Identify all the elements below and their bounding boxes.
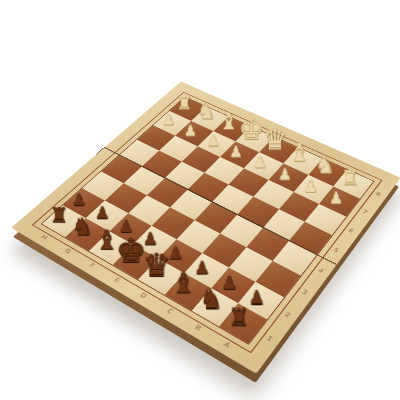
piece-white-rook: ♜ <box>341 169 359 188</box>
square-d5 <box>212 185 253 215</box>
rank-label: 8 <box>371 189 386 198</box>
product-photo-scene: ♜♞♝♚♛♝♞♜♟♟♟♟♟♟♟♟♟♟♟♟♟♟♟♟♜♞♝♚♛♝♞♜ HGFEDCB… <box>0 0 400 400</box>
rank-label: 7 <box>357 207 372 217</box>
piece-white-pawn: ♟ <box>162 113 175 127</box>
square-h2: ♟ <box>63 188 105 218</box>
piece-black-pawn: ♟ <box>168 244 183 260</box>
square-b4 <box>246 228 289 261</box>
piece-white-pawn: ♟ <box>253 155 267 170</box>
piece-white-pawn: ♟ <box>184 123 197 137</box>
piece-black-pawn: ♟ <box>194 259 210 276</box>
piece-white-queen: ♛ <box>263 128 287 154</box>
piece-white-pawn: ♟ <box>206 133 219 147</box>
rank-label: 4 <box>313 265 329 276</box>
piece-black-rook: ♜ <box>228 307 249 329</box>
piece-black-pawn: ♟ <box>95 204 110 220</box>
piece-stand: ♜ <box>171 73 197 112</box>
piece-black-pawn: ♟ <box>143 231 158 247</box>
rank-label: 1 <box>261 332 278 345</box>
piece-black-pawn: ♟ <box>249 289 265 306</box>
rank-label: 2 <box>279 309 296 321</box>
piece-white-rook: ♜ <box>176 95 192 112</box>
board-field: ♜♞♝♚♛♝♞♜♟♟♟♟♟♟♟♟♟♟♟♟♟♟♟♟♜♞♝♚♛♝♞♜ <box>41 96 375 344</box>
piece-black-rook: ♜ <box>50 206 68 226</box>
rank-label: 3 <box>296 287 312 299</box>
piece-white-pawn: ♟ <box>303 178 317 193</box>
piece-black-pawn: ♟ <box>221 273 237 290</box>
piece-white-pawn: ♟ <box>278 166 292 181</box>
piece-black-pawn: ♟ <box>119 217 134 233</box>
piece-white-pawn: ♟ <box>230 144 244 158</box>
rank-label: 5 <box>328 245 344 256</box>
piece-black-pawn: ♟ <box>72 192 86 207</box>
rank-label: 6 <box>343 226 358 236</box>
chess-board: ♜♞♝♚♛♝♞♜♟♟♟♟♟♟♟♟♟♟♟♟♟♟♟♟♜♞♝♚♛♝♞♜ HGFEDCB… <box>11 82 400 374</box>
piece-white-pawn: ♟ <box>329 190 343 205</box>
